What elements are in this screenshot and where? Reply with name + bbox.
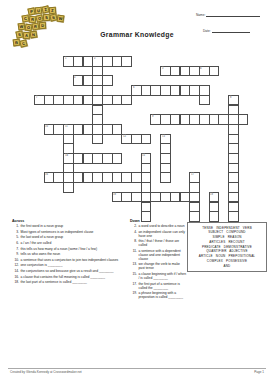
clue-item-number: 14. [12, 270, 21, 274]
grid-cell[interactable] [102, 75, 113, 86]
down-clues-list: 2.a word used to describe a noun4.an ind… [130, 225, 186, 300]
date-field: Date: [203, 29, 250, 33]
clue-number: 10 [45, 125, 48, 128]
footer-page-number: Page 1 [254, 370, 264, 374]
word-bank-line: AND [190, 264, 264, 269]
grid-cell[interactable] [63, 182, 74, 193]
clue-item-text: a clause that contains the full meaning … [21, 276, 125, 280]
footer-divider [8, 368, 266, 369]
grid-cell[interactable] [92, 134, 103, 145]
clue-number: 9 [152, 115, 153, 118]
clue-number: 17 [191, 173, 194, 176]
name-field: Name: [196, 13, 260, 17]
down-heading: Down [130, 219, 186, 223]
clue-item: 17.the first part of a sentence is calle… [130, 283, 186, 291]
clue-item: 1.the first word in a noun group [12, 225, 124, 229]
grid-cell[interactable] [121, 95, 132, 106]
clue-number: 15 [142, 154, 145, 157]
clue-item-number: 6. [12, 242, 21, 246]
name-label: Name: [196, 13, 205, 17]
clue-item-number: 7. [12, 248, 21, 252]
clue-item-number: 13. [130, 263, 139, 271]
clue-item-text: we change the verb to make past tense [139, 263, 187, 271]
clue-item: 3.Most types of sentences is an independ… [12, 231, 124, 235]
grid-cell[interactable] [199, 95, 210, 106]
grid-cell[interactable] [189, 211, 200, 222]
down-clues-section: Down 2.a word used to describe a noun4.a… [130, 219, 186, 302]
clue-item-text: a / an / the are called [21, 242, 125, 246]
clue-number: 2 [94, 57, 95, 60]
grid-cell[interactable] [141, 134, 152, 145]
clue-item-number: 18. [12, 281, 21, 285]
clue-number: 7 [36, 96, 37, 99]
clue-item-text: the first part of a sentence is called t… [139, 283, 187, 291]
clue-item: 11.a sentence with a dependent clause an… [130, 250, 186, 262]
grid-cell[interactable] [209, 66, 220, 77]
clue-number: 3 [162, 67, 163, 70]
clue-item: 18.the last part of a sentence is called… [12, 281, 124, 285]
clue-number: 12 [123, 135, 126, 138]
clue-item: 5.the last word of a noun group [12, 236, 124, 240]
across-clues-list: 1.the first word in a noun group3.Most t… [12, 225, 124, 285]
grid-cell[interactable] [112, 153, 123, 164]
grid-cell[interactable] [209, 211, 220, 222]
clue-item-text: the first word in a noun group [21, 225, 125, 229]
grid-cell[interactable] [160, 172, 171, 183]
footer-credit: Created by Glenda Kennedy at Crosswordma… [10, 370, 82, 374]
clue-item: 4.an independent clause can only have on… [130, 231, 186, 239]
clue-item: 19.a phrase beginning with a preposition… [130, 292, 186, 300]
worksheet-page: { "page": { "title": "Grammar Knowledge"… [0, 0, 274, 388]
clue-item: 14.the conjunctions so and because give … [12, 270, 124, 274]
clue-item-number: 3. [12, 231, 21, 235]
clue-item-text: tells us who owns the noun [21, 253, 125, 257]
clue-item-number: 15. [130, 273, 139, 281]
clue-item: 12.one conjunction is ________ [12, 264, 124, 268]
clue-item-number: 4. [130, 231, 139, 239]
clue-item-text: this tells us how many of a noun (some /… [21, 248, 125, 252]
clue-number: 5 [74, 76, 75, 79]
across-clues-section: Across 1.the first word in a noun group3… [12, 219, 124, 287]
clue-item-text: a clause beginning with if / when / is c… [139, 273, 187, 281]
clue-item-text: a word used to describe a noun [139, 225, 187, 229]
clue-item-number: 19. [130, 292, 139, 300]
clue-item-text: a sentence that uses a conjunction to jo… [21, 259, 125, 263]
clue-item-number: 2. [130, 225, 139, 229]
clue-item: 15.a clause beginning with if / when / i… [130, 273, 186, 281]
clue-number: 18 [113, 193, 116, 196]
clue-item-text: a sentence with a dependent clause and o… [139, 250, 187, 262]
clue-number: 19 [210, 193, 213, 196]
letter-tile: C [19, 39, 27, 47]
clue-item-text: the last part of a sentence is called __… [21, 281, 125, 285]
clue-number: 6 [133, 86, 134, 89]
clue-item-number: 16. [12, 276, 21, 280]
clue-item-number: 1. [12, 225, 21, 229]
clue-item-number: 10. [12, 259, 21, 263]
clue-item-number: 17. [130, 283, 139, 291]
clue-number: 11 [65, 125, 68, 128]
clue-item-number: 9. [12, 253, 21, 257]
letter-tile: D [39, 22, 46, 29]
clue-item: 16.a clause that contains the full meani… [12, 276, 124, 280]
clue-number: 13 [162, 135, 165, 138]
clue-item-text: the conjunctions so and because give us … [21, 270, 125, 274]
grid-cell[interactable] [228, 211, 239, 222]
clue-item: 7.this tells us how many of a noun (some… [12, 248, 124, 252]
date-blank-line[interactable] [212, 29, 250, 33]
clue-item-number: 12. [12, 264, 21, 268]
clue-number: 14 [65, 154, 68, 157]
name-blank-line[interactable] [206, 13, 260, 17]
clue-item-number: 5. [12, 236, 21, 240]
clue-item-text: this / that / these / those are called [139, 240, 187, 248]
clue-item-number: 11. [130, 250, 139, 262]
word-bank: TENSE INDEPENDENT VERBSUBJECT COMPOUNDSI… [187, 222, 267, 272]
clue-number: 4 [200, 67, 201, 70]
clue-item-text: an independent clause can only have one [139, 231, 187, 239]
grid-cell[interactable] [121, 56, 132, 67]
clue-item: 9.tells us who owns the noun [12, 253, 124, 257]
clue-item: 6.a / an / the are called [12, 242, 124, 246]
clue-item-text: a phrase beginning with a preposition is… [139, 292, 187, 300]
clue-item-text: Most types of sentences is an independen… [21, 231, 125, 235]
clue-number: 1 [65, 57, 66, 60]
clue-item: 8.this / that / these / those are called [130, 240, 186, 248]
clue-number: 8 [230, 96, 231, 99]
clue-item: 2.a word used to describe a noun [130, 225, 186, 229]
clue-item: 13.we change the verb to make past tense [130, 263, 186, 271]
clue-item: 10.a sentence that uses a conjunction to… [12, 259, 124, 263]
clue-number: 16 [45, 173, 48, 176]
clue-item-text: the last word of a noun group [21, 236, 125, 240]
clue-item-text: one conjunction is ________ [21, 264, 125, 268]
across-heading: Across [12, 219, 124, 223]
clue-item-number: 8. [130, 240, 139, 248]
date-label: Date: [203, 29, 211, 33]
grid-cell[interactable] [238, 114, 249, 125]
letter-tile: W [57, 15, 65, 23]
